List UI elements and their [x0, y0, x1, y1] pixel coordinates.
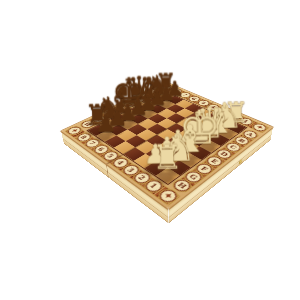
- brass-clasp: [239, 159, 243, 165]
- chess-set-product-photo: ✦✦87654321 ✦✦87654321 ABCDEFGH ABCDEFGH …: [0, 0, 300, 300]
- board-top-face: ✦✦87654321 ✦✦87654321 ABCDEFGH ABCDEFGH …: [61, 82, 273, 209]
- corner-rosette: ✦: [65, 126, 83, 136]
- chess-board: ✦✦87654321 ✦✦87654321 ABCDEFGH ABCDEFGH …: [61, 82, 273, 209]
